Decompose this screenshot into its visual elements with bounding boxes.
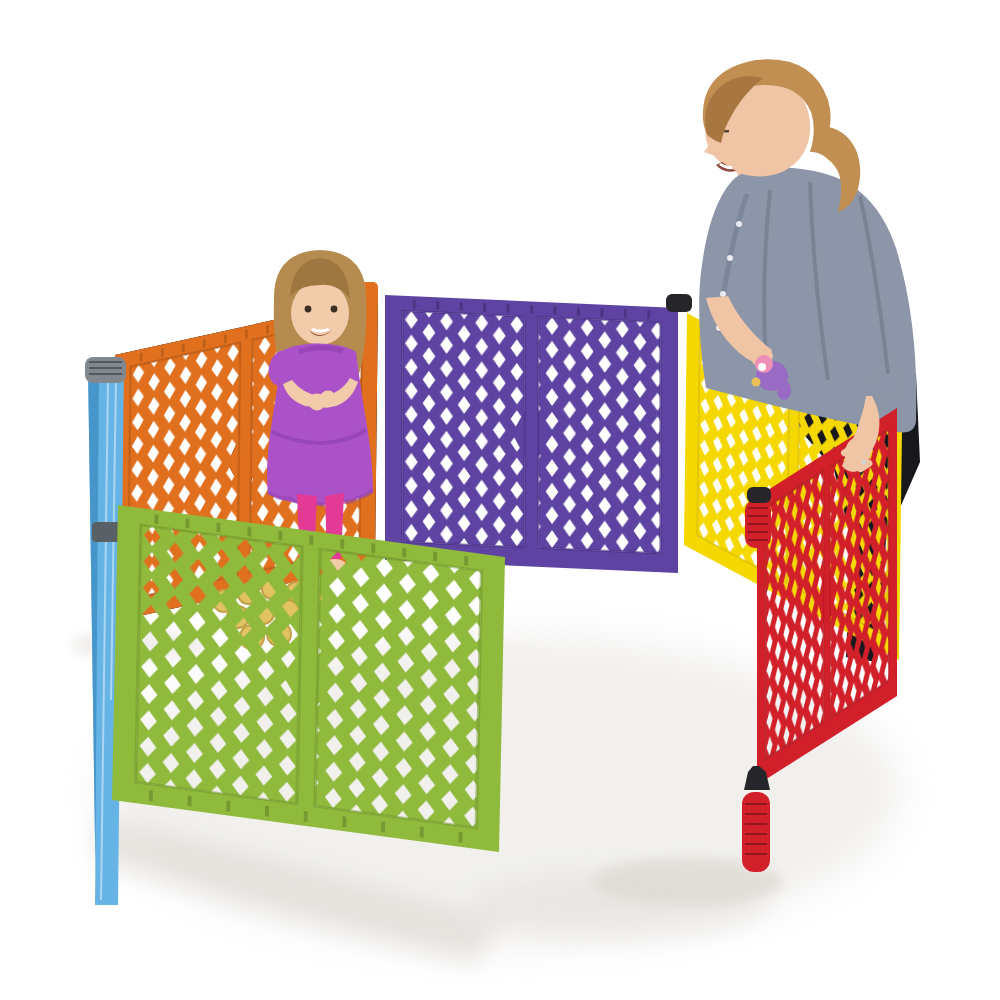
panel-green-mesh-right	[315, 549, 481, 828]
hinge-knob-red-top	[747, 487, 771, 503]
scene-canvas	[0, 0, 1000, 1000]
panel-green	[112, 505, 505, 852]
hinge-knob-purple-yellow	[666, 294, 692, 312]
panel-red-mesh-left	[765, 471, 823, 759]
panel-red-mesh-right	[830, 430, 888, 718]
plush-toy-limb	[777, 380, 791, 400]
plush-toy-snout	[758, 363, 766, 371]
panel-green-mesh-left	[136, 525, 302, 804]
playpen-product-photo	[0, 0, 1000, 1000]
panel-blue-top-cap	[85, 357, 126, 383]
toddler-hand-right	[320, 391, 337, 408]
woman-ring	[862, 460, 866, 464]
panel-purple	[385, 295, 678, 573]
panel-purple-mesh-right	[538, 317, 660, 553]
floor-shadow-red-panel	[470, 871, 770, 939]
plush-toy-accent	[752, 378, 761, 387]
panel-purple-mesh-left	[403, 311, 525, 547]
